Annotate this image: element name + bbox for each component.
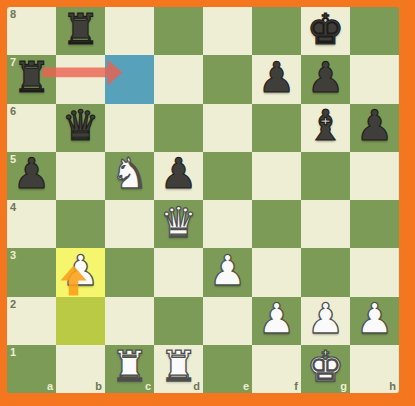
piece-black-queen[interactable]: ♛	[62, 105, 100, 147]
square-e7[interactable]	[203, 55, 252, 103]
square-e8[interactable]	[203, 7, 252, 55]
square-c5[interactable]: ♞	[105, 152, 154, 200]
square-e4[interactable]	[203, 200, 252, 248]
chess-board: 8♜♚7♜♟♟6♛♝♟5♟♞♟4♛3♟♟2♟♟♟1abc♜d♜efg♚h	[7, 7, 399, 393]
square-d8[interactable]	[154, 7, 203, 55]
square-c7[interactable]	[105, 55, 154, 103]
square-h3[interactable]	[350, 248, 399, 296]
square-c4[interactable]	[105, 200, 154, 248]
piece-black-pawn[interactable]: ♟	[356, 105, 394, 147]
square-f8[interactable]	[252, 7, 301, 55]
file-label-f: f	[294, 380, 298, 392]
square-b6[interactable]: ♛	[56, 104, 105, 152]
file-label-e: e	[243, 380, 249, 392]
square-e3[interactable]: ♟	[203, 248, 252, 296]
square-b4[interactable]	[56, 200, 105, 248]
square-c2[interactable]	[105, 297, 154, 345]
piece-white-queen[interactable]: ♛	[160, 202, 198, 244]
file-label-d: d	[193, 380, 200, 392]
file-label-g: g	[340, 380, 347, 392]
piece-white-knight[interactable]: ♞	[111, 153, 149, 195]
rank-label-6: 6	[10, 105, 16, 117]
square-g6[interactable]: ♝	[301, 104, 350, 152]
square-d7[interactable]	[154, 55, 203, 103]
square-f2[interactable]: ♟	[252, 297, 301, 345]
square-a1[interactable]: 1a	[7, 345, 56, 393]
square-d2[interactable]	[154, 297, 203, 345]
square-h5[interactable]	[350, 152, 399, 200]
square-g1[interactable]: g♚	[301, 345, 350, 393]
square-c3[interactable]	[105, 248, 154, 296]
square-h1[interactable]: h	[350, 345, 399, 393]
square-d1[interactable]: d♜	[154, 345, 203, 393]
piece-white-rook[interactable]: ♜	[111, 346, 149, 388]
piece-white-king[interactable]: ♚	[307, 346, 345, 388]
piece-black-pawn[interactable]: ♟	[13, 153, 51, 195]
square-c8[interactable]	[105, 7, 154, 55]
square-g4[interactable]	[301, 200, 350, 248]
square-h2[interactable]: ♟	[350, 297, 399, 345]
square-h7[interactable]	[350, 55, 399, 103]
square-b7[interactable]	[56, 55, 105, 103]
piece-black-rook[interactable]: ♜	[62, 9, 100, 51]
piece-black-rook[interactable]: ♜	[13, 57, 51, 99]
rank-label-8: 8	[10, 8, 16, 20]
square-f3[interactable]	[252, 248, 301, 296]
piece-white-pawn[interactable]: ♟	[356, 298, 394, 340]
file-label-c: c	[145, 380, 151, 392]
square-e6[interactable]	[203, 104, 252, 152]
square-f1[interactable]: f	[252, 345, 301, 393]
piece-black-pawn[interactable]: ♟	[307, 57, 345, 99]
square-e2[interactable]	[203, 297, 252, 345]
square-a6[interactable]: 6	[7, 104, 56, 152]
square-f7[interactable]: ♟	[252, 55, 301, 103]
square-h4[interactable]	[350, 200, 399, 248]
piece-black-pawn[interactable]: ♟	[258, 57, 296, 99]
piece-white-rook[interactable]: ♜	[160, 346, 198, 388]
square-b3[interactable]: ♟	[56, 248, 105, 296]
square-b2[interactable]	[56, 297, 105, 345]
square-e1[interactable]: e	[203, 345, 252, 393]
piece-white-pawn[interactable]: ♟	[62, 250, 100, 292]
board-frame: 8♜♚7♜♟♟6♛♝♟5♟♞♟4♛3♟♟2♟♟♟1abc♜d♜efg♚h	[0, 0, 415, 406]
square-d3[interactable]	[154, 248, 203, 296]
file-label-h: h	[389, 380, 396, 392]
square-b1[interactable]: b	[56, 345, 105, 393]
rank-label-3: 3	[10, 249, 16, 261]
file-label-a: a	[47, 380, 53, 392]
square-a8[interactable]: 8	[7, 7, 56, 55]
square-f6[interactable]	[252, 104, 301, 152]
square-a5[interactable]: 5♟	[7, 152, 56, 200]
square-g5[interactable]	[301, 152, 350, 200]
piece-black-bishop[interactable]: ♝	[307, 105, 345, 147]
square-a2[interactable]: 2	[7, 297, 56, 345]
square-c6[interactable]	[105, 104, 154, 152]
square-c1[interactable]: c♜	[105, 345, 154, 393]
square-a3[interactable]: 3	[7, 248, 56, 296]
square-h8[interactable]	[350, 7, 399, 55]
square-g8[interactable]: ♚	[301, 7, 350, 55]
rank-label-4: 4	[10, 201, 16, 213]
square-b8[interactable]: ♜	[56, 7, 105, 55]
square-g7[interactable]: ♟	[301, 55, 350, 103]
piece-white-pawn[interactable]: ♟	[307, 298, 345, 340]
rank-label-2: 2	[10, 298, 16, 310]
piece-black-king[interactable]: ♚	[307, 9, 345, 51]
square-g3[interactable]	[301, 248, 350, 296]
square-h6[interactable]: ♟	[350, 104, 399, 152]
square-e5[interactable]	[203, 152, 252, 200]
rank-label-5: 5	[10, 153, 16, 165]
square-a7[interactable]: 7♜	[7, 55, 56, 103]
piece-white-pawn[interactable]: ♟	[209, 250, 247, 292]
piece-black-pawn[interactable]: ♟	[160, 153, 198, 195]
file-label-b: b	[95, 380, 102, 392]
square-d4[interactable]: ♛	[154, 200, 203, 248]
square-g2[interactable]: ♟	[301, 297, 350, 345]
rank-label-1: 1	[10, 346, 16, 358]
square-d6[interactable]	[154, 104, 203, 152]
square-b5[interactable]	[56, 152, 105, 200]
rank-label-7: 7	[10, 56, 16, 68]
square-d5[interactable]: ♟	[154, 152, 203, 200]
square-f5[interactable]	[252, 152, 301, 200]
square-f4[interactable]	[252, 200, 301, 248]
square-a4[interactable]: 4	[7, 200, 56, 248]
piece-white-pawn[interactable]: ♟	[258, 298, 296, 340]
